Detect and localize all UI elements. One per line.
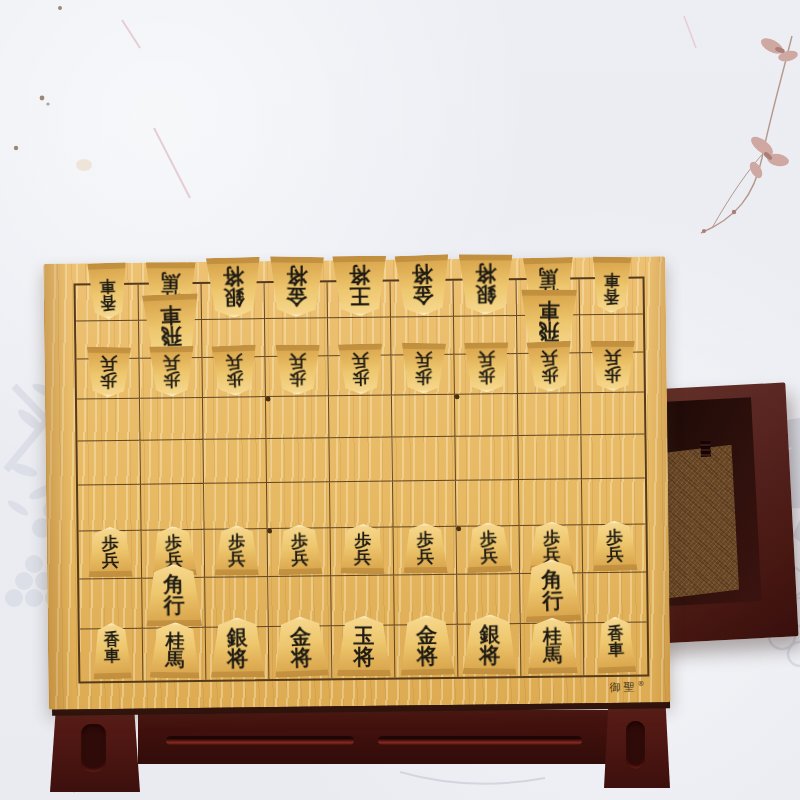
piece-kanji: 行: [163, 595, 184, 616]
stand-front-panel: [138, 710, 610, 764]
piece-kanji: 馬: [165, 650, 184, 669]
piece-kanji: 兵: [477, 351, 494, 368]
piece-kanji: 兵: [415, 352, 432, 369]
piece-kanji: 兵: [100, 356, 117, 373]
piece-kanji: 将: [353, 646, 374, 667]
piece-gote-pawn[interactable]: 歩兵: [400, 343, 447, 394]
piece-kanji: 兵: [228, 550, 245, 567]
piece-kanji: 兵: [162, 355, 179, 372]
piece-gote-pawn[interactable]: 歩兵: [210, 345, 258, 397]
piece-kanji: 将: [290, 647, 312, 668]
piece-sente-pawn[interactable]: 歩兵: [339, 524, 386, 575]
piece-kanji: 兵: [289, 353, 306, 370]
piece-gote-pawn[interactable]: 歩兵: [336, 343, 383, 394]
piece-kanji: 銀: [223, 287, 245, 308]
piece-sente-pawn[interactable]: 歩兵: [213, 525, 259, 575]
piece-kanji: 銀: [475, 284, 496, 305]
piece-kanji: 金: [412, 284, 434, 305]
piece-kanji: 歩: [289, 370, 306, 387]
piece-kanji: 飛: [538, 321, 559, 342]
piece-kanji: 歩: [226, 370, 244, 387]
piece-gote-pawn[interactable]: 歩兵: [85, 347, 132, 398]
stand-groove: [166, 736, 354, 745]
piece-kanji: 歩: [163, 372, 180, 389]
piece-kanji: 馬: [161, 272, 180, 291]
piece-kanji: 車: [103, 647, 119, 663]
piece-kanji: 歩: [541, 367, 559, 384]
piece-kanji: 歩: [414, 368, 431, 385]
piece-kanji: 将: [222, 266, 244, 287]
pieces-layer: 香車桂馬銀将金将王将金将銀将桂馬香車飛車飛車歩兵歩兵歩兵歩兵歩兵歩兵歩兵歩兵歩兵…: [74, 276, 650, 683]
piece-kanji: 馬: [543, 645, 562, 664]
piece-kanji: 行: [541, 590, 563, 611]
shogi-board: 香車桂馬銀将金将王将金将銀将桂馬香車飛車飛車歩兵歩兵歩兵歩兵歩兵歩兵歩兵歩兵歩兵…: [43, 256, 670, 710]
piece-kanji: 銀: [227, 627, 248, 648]
leg-slot: [626, 721, 644, 769]
piece-kanji: 桂: [543, 627, 562, 646]
piece-kanji: 将: [479, 645, 500, 666]
piece-sente-pawn[interactable]: 歩兵: [402, 523, 449, 574]
piece-kanji: 金: [415, 625, 437, 646]
piece-sente-pawn[interactable]: 歩兵: [276, 524, 323, 575]
piece-sente-lance[interactable]: 香車: [594, 616, 636, 674]
piece-sente-silver[interactable]: 銀将: [461, 614, 518, 675]
product-photo-scene: 香車桂馬銀将金将王将金将銀将桂馬香車飛車飛車歩兵歩兵歩兵歩兵歩兵歩兵歩兵歩兵歩兵…: [0, 0, 800, 800]
piece-kanji: 兵: [291, 549, 308, 566]
piece-kanji: 将: [286, 265, 307, 286]
piece-kanji: 車: [99, 278, 116, 294]
piece-gote-lance[interactable]: 香車: [591, 257, 632, 314]
piece-kanji: 兵: [480, 547, 498, 564]
piece-kanji: 将: [348, 265, 369, 286]
piece-gote-gold[interactable]: 金将: [393, 254, 451, 316]
piece-sente-gold[interactable]: 金将: [271, 616, 329, 678]
piece-kanji: 兵: [354, 548, 371, 565]
maker-signature: 御聖®: [609, 680, 644, 695]
piece-kanji: 兵: [102, 552, 119, 569]
piece-kanji: 将: [227, 648, 248, 669]
piece-kanji: 兵: [606, 545, 623, 562]
piece-kanji: 車: [159, 305, 181, 326]
stand-leg-right: [604, 700, 670, 788]
piece-kanji: 兵: [417, 548, 434, 565]
piece-kanji: 兵: [225, 354, 243, 371]
piece-kanji: 車: [607, 641, 624, 657]
piece-gote-pawn[interactable]: 歩兵: [148, 346, 195, 397]
piece-kanji: 香: [603, 288, 619, 304]
piece-kanji: 王: [349, 285, 370, 306]
piece-kanji: 玉: [353, 626, 374, 647]
piece-kanji: 兵: [604, 350, 621, 367]
piece-kanji: 角: [163, 574, 184, 595]
piece-sente-lance[interactable]: 香車: [91, 622, 132, 679]
piece-gote-silver[interactable]: 銀将: [204, 257, 262, 318]
piece-kanji: 歩: [99, 372, 116, 389]
piece-kanji: 歩: [604, 366, 621, 383]
piece-kanji: 金: [285, 286, 306, 307]
drawer-joint-detail: [700, 440, 711, 457]
piece-gote-silver[interactable]: 銀将: [457, 254, 513, 314]
piece-kanji: 歩: [352, 369, 369, 386]
piece-sente-pawn[interactable]: 歩兵: [464, 521, 512, 573]
stand-groove: [378, 736, 582, 745]
piece-kanji: 車: [603, 272, 619, 288]
piece-sente-knight[interactable]: 桂馬: [526, 617, 579, 674]
piece-kanji: 香: [99, 294, 116, 310]
piece-gote-king[interactable]: 王将: [331, 256, 388, 317]
piece-gote-lance[interactable]: 香車: [86, 262, 128, 320]
piece-sente-pawn[interactable]: 歩兵: [87, 527, 134, 578]
piece-gote-pawn[interactable]: 歩兵: [589, 341, 635, 391]
piece-gote-pawn[interactable]: 歩兵: [274, 345, 320, 395]
piece-kanji: 兵: [351, 352, 368, 369]
piece-kanji: 将: [411, 264, 433, 285]
piece-sente-gold[interactable]: 金将: [398, 614, 456, 675]
piece-sente-pawn[interactable]: 歩兵: [591, 520, 638, 571]
piece-sente-knight[interactable]: 桂馬: [148, 622, 201, 679]
piece-sente-silver[interactable]: 銀将: [209, 617, 266, 678]
piece-kanji: 将: [475, 263, 496, 284]
piece-sente-king[interactable]: 玉将: [335, 616, 391, 676]
piece-kanji: 兵: [540, 350, 558, 367]
piece-kanji: 飛: [160, 325, 182, 346]
piece-kanji: 馬: [538, 267, 557, 286]
piece-kanji: 将: [416, 645, 438, 666]
piece-kanji: 車: [538, 300, 559, 321]
piece-gote-pawn[interactable]: 歩兵: [463, 342, 510, 393]
piece-gote-pawn[interactable]: 歩兵: [525, 341, 573, 393]
piece-kanji: 銀: [479, 624, 500, 645]
piece-kanji: 歩: [478, 368, 495, 385]
leg-slot: [81, 724, 106, 773]
piece-gote-gold[interactable]: 金将: [268, 256, 325, 317]
